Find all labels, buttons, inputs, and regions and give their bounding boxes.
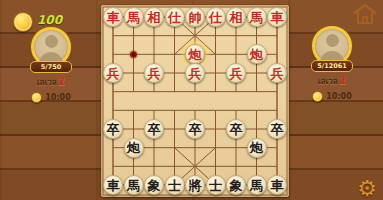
- piece-black-soldier[interactable]: 卒: [185, 119, 205, 139]
- piece-black-advisor[interactable]: 士: [206, 175, 226, 195]
- piece-red-elephant[interactable]: 相: [226, 7, 246, 27]
- home-icon: [352, 2, 378, 26]
- piece-red-soldier[interactable]: 兵: [103, 63, 123, 83]
- piece-red-cannon[interactable]: 炮: [247, 44, 267, 64]
- settings-button[interactable]: ⚙: [355, 176, 379, 200]
- piece-black-cannon[interactable]: 炮: [247, 138, 267, 158]
- gear-icon: ⚙: [357, 176, 377, 200]
- board-grid: [101, 5, 289, 197]
- level-label: เลเวล: [318, 77, 338, 86]
- piece-black-cannon[interactable]: 炮: [124, 138, 144, 158]
- piece-black-horse[interactable]: 馬: [247, 175, 267, 195]
- piece-black-soldier[interactable]: 卒: [144, 119, 164, 139]
- coin-amount: 100: [37, 13, 62, 27]
- xiangqi-board[interactable]: 車馬相仕帥仕相馬車炮炮兵兵兵兵兵卒卒卒卒卒炮炮車馬象士將士象馬車: [101, 5, 289, 197]
- exp-badge-left: 5/750: [30, 61, 72, 73]
- avatar-silhouette-head: [45, 35, 58, 48]
- level-number: 1: [58, 75, 66, 88]
- home-button[interactable]: [352, 2, 378, 26]
- piece-red-soldier[interactable]: 兵: [267, 63, 287, 83]
- piece-red-soldier[interactable]: 兵: [144, 63, 164, 83]
- piece-red-advisor[interactable]: 仕: [206, 7, 226, 27]
- piece-black-general[interactable]: 將: [185, 175, 205, 195]
- piece-black-horse[interactable]: 馬: [124, 175, 144, 195]
- piece-black-elephant[interactable]: 象: [144, 175, 164, 195]
- piece-black-soldier[interactable]: 卒: [103, 119, 123, 139]
- piece-black-elephant[interactable]: 象: [226, 175, 246, 195]
- piece-red-soldier[interactable]: 兵: [226, 63, 246, 83]
- piece-black-advisor[interactable]: 士: [165, 175, 185, 195]
- timer-value: 10:00: [326, 92, 351, 101]
- piece-red-advisor[interactable]: 仕: [165, 7, 185, 27]
- timer-left: 10:00: [13, 92, 89, 103]
- piece-red-general[interactable]: 帥: [185, 7, 205, 27]
- piece-red-chariot[interactable]: 車: [103, 7, 123, 27]
- player-panel-left: 5/750 เลเวล1 10:00: [13, 27, 89, 103]
- piece-black-soldier[interactable]: 卒: [267, 119, 287, 139]
- piece-black-soldier[interactable]: 卒: [226, 119, 246, 139]
- level-label: เลเวล: [37, 78, 57, 87]
- timer-value: 10:00: [45, 93, 70, 102]
- piece-red-horse[interactable]: 馬: [124, 7, 144, 27]
- timer-clock-icon: [312, 91, 323, 102]
- timer-right: 10:00: [294, 91, 370, 102]
- player-panel-right: 5/12061 เลเวล1 10:00: [294, 26, 370, 102]
- piece-black-chariot[interactable]: 車: [267, 175, 287, 195]
- piece-black-chariot[interactable]: 車: [103, 175, 123, 195]
- exp-badge-right: 5/12061: [311, 60, 353, 72]
- xiangqi-game-screen: 100 ⚙ 5/750 เลเวล1 10:00 5/12061 เลเวล1: [0, 0, 383, 200]
- piece-red-horse[interactable]: 馬: [247, 7, 267, 27]
- piece-red-chariot[interactable]: 車: [267, 7, 287, 27]
- timer-clock-icon: [31, 92, 42, 103]
- last-move-origin-dot: [130, 51, 137, 58]
- level-number: 1: [339, 74, 347, 87]
- piece-red-soldier[interactable]: 兵: [185, 63, 205, 83]
- avatar-silhouette-head: [326, 34, 339, 47]
- level-line-left: เลเวล1: [13, 75, 89, 89]
- piece-red-elephant[interactable]: 相: [144, 7, 164, 27]
- level-line-right: เลเวล1: [294, 74, 370, 88]
